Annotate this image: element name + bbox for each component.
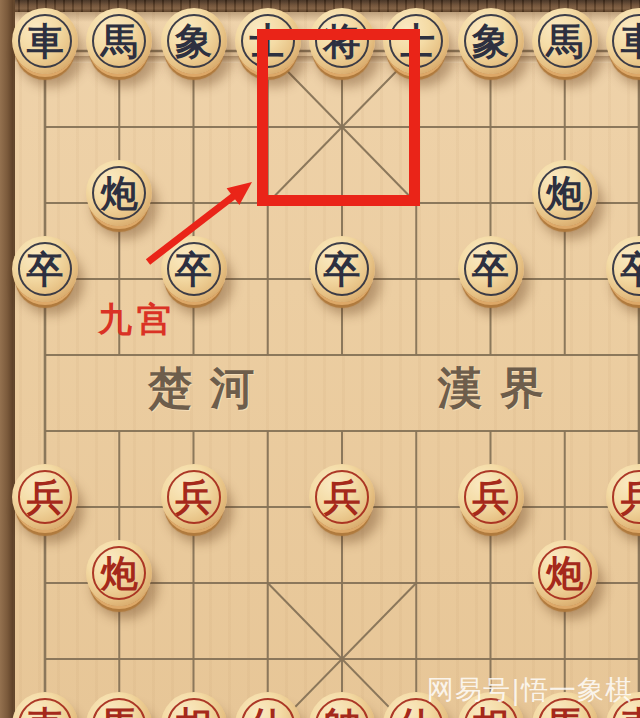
palace-label: 九宫: [98, 302, 176, 336]
xiangqi-board-screen: 楚河 漢界 車馬象士将士象馬車炮炮卒卒卒卒卒兵兵兵兵兵炮炮車馬相仕帥仕相馬車 九…: [0, 0, 640, 718]
palace-highlight-box: [257, 29, 420, 206]
watermark: 网易号|悟一象棋: [427, 672, 633, 708]
